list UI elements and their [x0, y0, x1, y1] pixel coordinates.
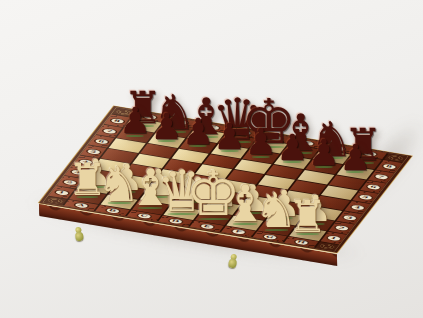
piece-black-pawn-h7[interactable]: ♟ [339, 140, 371, 176]
piece-black-pawn-b7[interactable]: ♟ [150, 109, 182, 145]
piece-black-pawn-d7[interactable]: ♟ [213, 119, 245, 155]
pieces-layer: ♜♞♝♛♚♝♞♜♟♟♟♟♟♟♟♟♟♟♟♟♟♟♟♟♜♞♝♛♚♝♞♜ [0, 0, 423, 318]
piece-black-pawn-e7[interactable]: ♟ [245, 124, 277, 160]
piece-black-pawn-f7[interactable]: ♟ [276, 130, 308, 166]
piece-black-pawn-c7[interactable]: ♟ [182, 114, 214, 150]
piece-black-pawn-g7[interactable]: ♟ [308, 135, 340, 171]
piece-black-pawn-a7[interactable]: ♟ [119, 103, 151, 139]
piece-white-rook-h1[interactable]: ♜ [288, 195, 327, 239]
chess-set-photo: ABCDEFGH8877665544332211ABCDEFGH ♜♞♝♛♚♝♞… [0, 0, 423, 318]
